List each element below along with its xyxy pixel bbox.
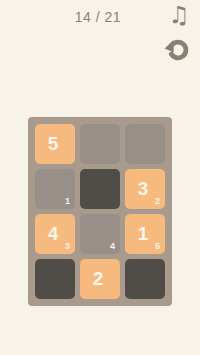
cell-r2c3[interactable]: 32 [125,169,165,209]
tile-mark: 5 [155,241,160,251]
tile-mark: 3 [65,241,70,251]
cell-r1c3[interactable] [125,124,165,164]
cell-r4c3[interactable] [125,259,165,299]
cell-r2c2[interactable] [80,169,120,209]
cell-r4c2[interactable]: 2 [80,259,120,299]
tile-mark: 2 [155,196,160,206]
cell-r4c1[interactable] [35,259,75,299]
tile-value: 2 [78,259,118,299]
music-icon: ♫ [168,1,190,29]
cell-r3c1[interactable]: 43 [35,214,75,254]
cell-r1c1[interactable]: 5 [35,124,75,164]
undo-icon [164,36,191,63]
game-screen: { "game": "sliding number-tile level puz… [0,0,200,355]
music-button[interactable]: ♫ [165,0,193,30]
puzzle-board: 5132434152 [28,117,172,306]
cell-r3c3[interactable]: 15 [125,214,165,254]
tile-mark: 4 [110,241,115,251]
cell-r2c1[interactable]: 1 [35,169,75,209]
tile-mark: 1 [65,196,70,206]
tile-value: 5 [33,124,73,164]
cell-r1c2[interactable] [80,124,120,164]
undo-button[interactable] [164,36,191,63]
cell-r3c2[interactable]: 4 [80,214,120,254]
